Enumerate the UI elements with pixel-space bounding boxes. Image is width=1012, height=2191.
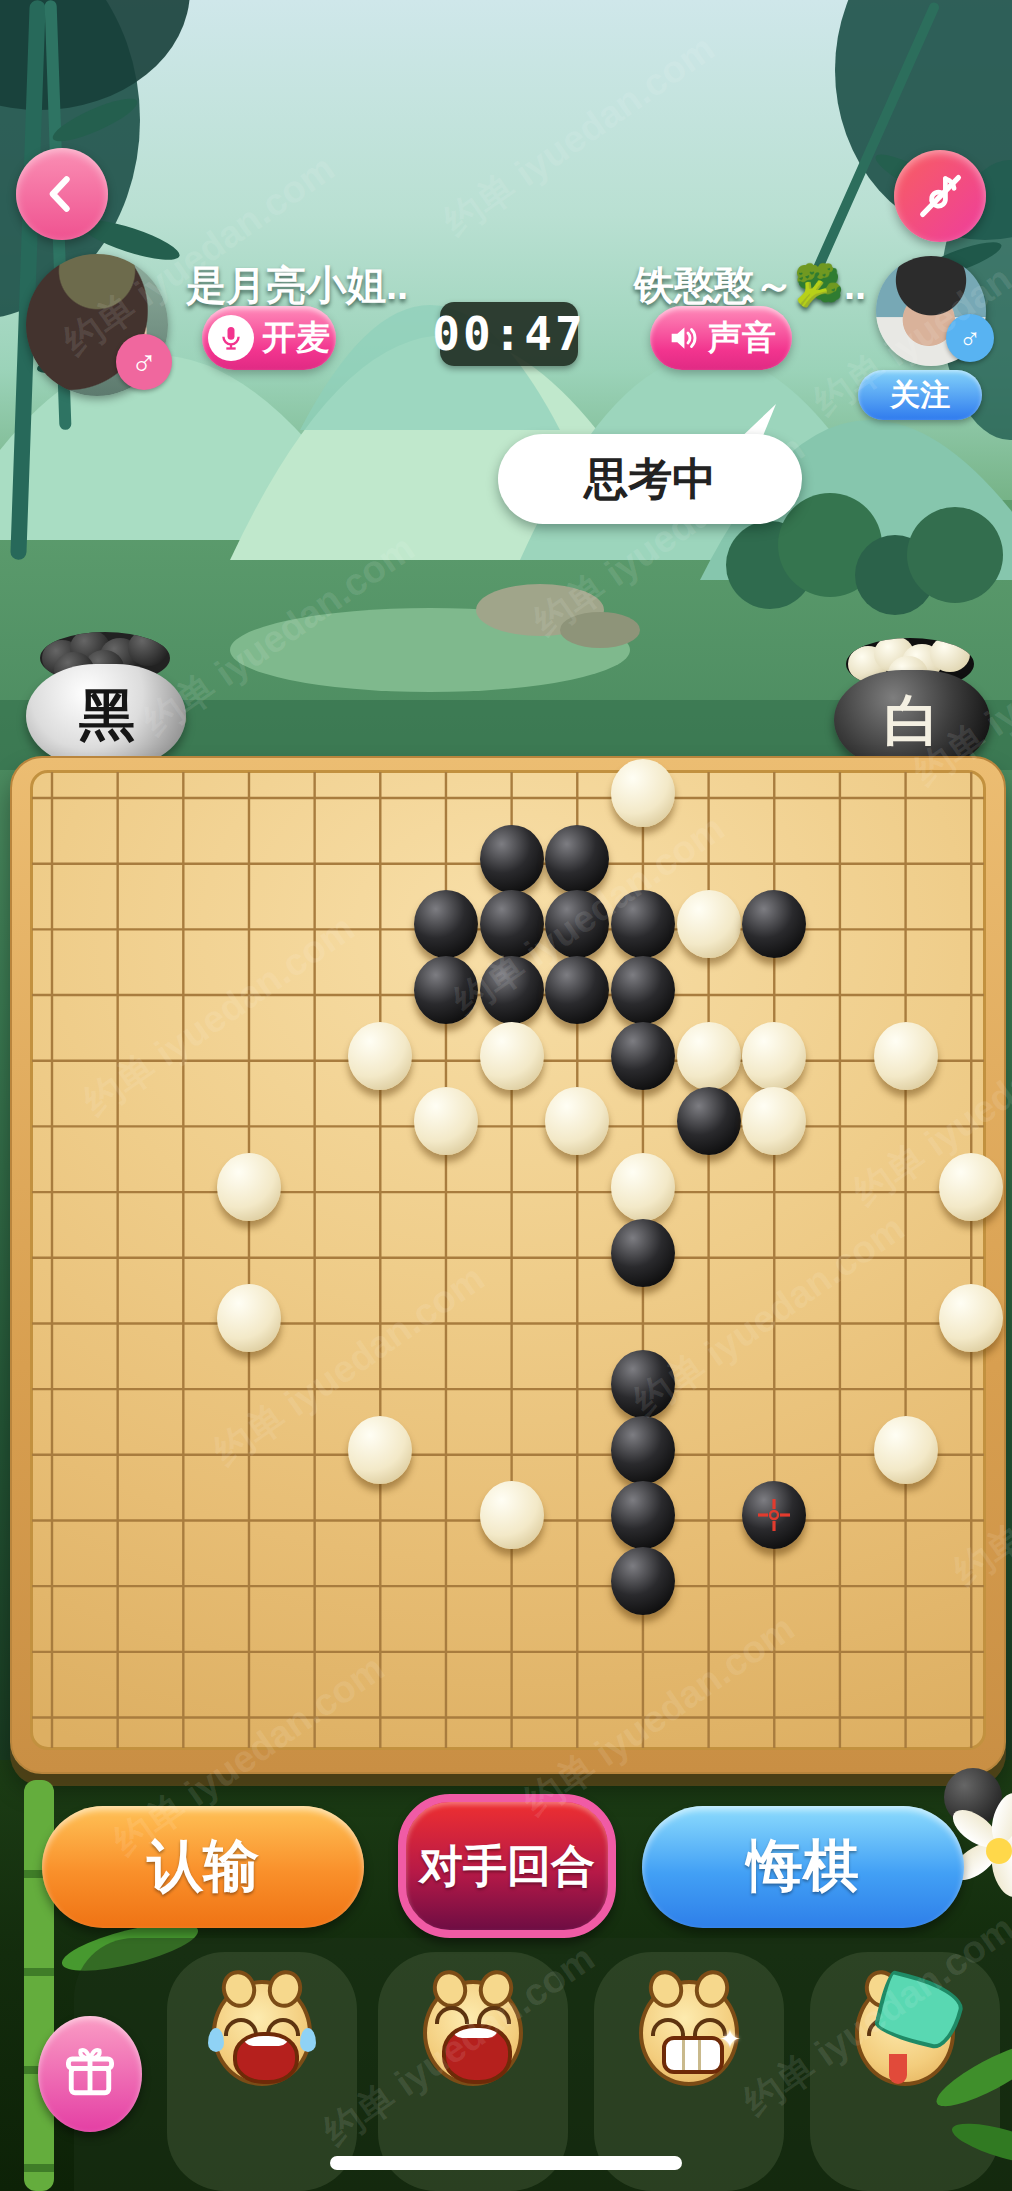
black-stone	[611, 1547, 675, 1615]
white-stone	[677, 890, 741, 958]
white-stone	[217, 1153, 281, 1221]
right-player-name: 铁憨憨～🥦..	[634, 258, 866, 313]
emoji-slot[interactable]	[167, 1952, 357, 2191]
white-stone	[480, 1022, 544, 1090]
sparkle-grin-emoji: ✦	[639, 1980, 739, 2086]
black-stone	[480, 890, 544, 958]
black-stone	[480, 956, 544, 1024]
white-stone	[939, 1153, 1003, 1221]
opponent-turn-indicator: 对手回合	[398, 1794, 616, 1938]
black-stone	[677, 1087, 741, 1155]
black-stone	[611, 1219, 675, 1287]
white-stone	[414, 1087, 478, 1155]
home-indicator[interactable]	[330, 2156, 682, 2170]
white-stone	[217, 1284, 281, 1352]
white-stone	[742, 1022, 806, 1090]
black-stone	[611, 1022, 675, 1090]
mic-button[interactable]: 开麦	[202, 306, 336, 370]
white-stone	[611, 759, 675, 827]
undo-button[interactable]: 悔棋	[642, 1806, 964, 1928]
game-screen: ♂ 是月亮小姐.. ♂ 铁憨憨～🥦.. 关注 开麦 00:47 声音 思考中	[0, 0, 1012, 2191]
music-note-slash-icon	[914, 170, 966, 222]
gift-button[interactable]	[38, 2016, 142, 2132]
black-stone	[611, 956, 675, 1024]
resign-button[interactable]: 认输	[42, 1806, 364, 1928]
music-off-button[interactable]	[894, 150, 986, 242]
white-stone	[480, 1481, 544, 1549]
white-stone	[874, 1416, 938, 1484]
black-stone	[611, 1416, 675, 1484]
left-gender-badge: ♂	[116, 334, 172, 390]
white-stone	[348, 1416, 412, 1484]
black-stone	[414, 956, 478, 1024]
black-stone	[545, 825, 609, 893]
back-button[interactable]	[16, 148, 108, 240]
white-bowl-label: 白	[834, 684, 990, 760]
leaf-shy-emoji	[855, 1980, 955, 2086]
laugh-cry-emoji	[212, 1980, 312, 2086]
chevron-left-icon	[40, 172, 84, 216]
black-stone	[414, 890, 478, 958]
left-player-name: 是月亮小姐..	[186, 258, 408, 313]
white-stone	[677, 1022, 741, 1090]
mic-icon	[208, 315, 254, 361]
black-stone	[480, 825, 544, 893]
black-stone	[545, 956, 609, 1024]
black-bowl-label: 黑	[26, 678, 188, 754]
black-stone	[611, 1350, 675, 1418]
last-move-marker	[754, 1495, 794, 1535]
big-laugh-emoji	[423, 1980, 523, 2086]
speaker-icon	[666, 321, 700, 355]
right-gender-badge: ♂	[946, 314, 994, 362]
thinking-bubble: 思考中	[498, 434, 802, 524]
move-timer: 00:47	[440, 302, 578, 366]
white-stone	[611, 1153, 675, 1221]
follow-button[interactable]: 关注	[858, 370, 982, 420]
mic-label: 开麦	[262, 315, 330, 361]
gift-icon	[60, 2044, 120, 2104]
sound-label: 声音	[708, 315, 776, 361]
black-stone	[611, 1481, 675, 1549]
white-stone	[348, 1022, 412, 1090]
sound-button[interactable]: 声音	[650, 306, 792, 370]
white-stone	[874, 1022, 938, 1090]
black-stone	[611, 890, 675, 958]
